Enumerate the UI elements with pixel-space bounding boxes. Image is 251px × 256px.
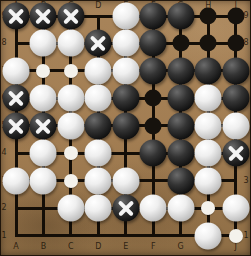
black-stone[interactable] — [112, 112, 139, 139]
black-stone[interactable] — [140, 140, 167, 167]
white-territory-dot — [64, 146, 78, 160]
white-stone[interactable] — [195, 85, 222, 112]
white-stone[interactable] — [195, 167, 222, 194]
black-territory-dot — [145, 90, 162, 107]
white-stone[interactable] — [85, 167, 112, 194]
black-territory-dot — [145, 117, 162, 134]
black-stone[interactable] — [140, 30, 167, 57]
black-stone[interactable] — [140, 57, 167, 84]
white-territory-dot — [229, 229, 243, 243]
white-stone[interactable] — [222, 195, 249, 222]
intersection-D1[interactable] — [85, 222, 112, 249]
intersection-E1[interactable] — [112, 222, 139, 249]
white-territory-dot — [201, 201, 215, 215]
white-stone[interactable] — [195, 222, 222, 249]
black-stone[interactable] — [167, 140, 194, 167]
intersection-A2[interactable] — [3, 195, 30, 222]
white-stone[interactable] — [3, 57, 30, 84]
white-stone[interactable] — [195, 112, 222, 139]
white-stone[interactable] — [222, 112, 249, 139]
intersection-C1[interactable] — [57, 222, 84, 249]
intersection-B2[interactable] — [30, 195, 57, 222]
intersection-A4[interactable] — [3, 140, 30, 167]
intersection-F1[interactable] — [140, 222, 167, 249]
white-territory-dot — [64, 174, 78, 188]
intersection-F3[interactable] — [140, 167, 167, 194]
black-stone[interactable] — [195, 57, 222, 84]
dead-black-stone[interactable] — [3, 85, 30, 112]
white-stone[interactable] — [112, 57, 139, 84]
white-stone[interactable] — [140, 195, 167, 222]
dead-black-stone[interactable] — [30, 112, 57, 139]
white-stone[interactable] — [30, 167, 57, 194]
white-stone[interactable] — [85, 195, 112, 222]
black-stone[interactable] — [167, 85, 194, 112]
intersection-E4[interactable] — [112, 140, 139, 167]
white-stone[interactable] — [195, 140, 222, 167]
black-stone[interactable] — [167, 167, 194, 194]
intersection-D9[interactable] — [85, 3, 112, 30]
black-stone[interactable] — [222, 57, 249, 84]
black-stone[interactable] — [167, 57, 194, 84]
dead-black-stone[interactable] — [30, 3, 57, 30]
white-stone[interactable] — [112, 30, 139, 57]
white-stone[interactable] — [57, 85, 84, 112]
white-stone[interactable] — [57, 112, 84, 139]
go-board: AA99BB88CC77DD66EE55FF44GG33HH22JJ11 — [0, 0, 251, 256]
dead-black-stone[interactable] — [112, 195, 139, 222]
white-stone[interactable] — [30, 85, 57, 112]
white-stone[interactable] — [3, 167, 30, 194]
white-territory-dot — [64, 64, 78, 78]
black-territory-dot — [200, 35, 217, 52]
dead-black-stone[interactable] — [3, 3, 30, 30]
black-stone[interactable] — [112, 85, 139, 112]
intersection-B1[interactable] — [30, 222, 57, 249]
black-territory-dot — [200, 8, 217, 25]
white-territory-dot — [36, 64, 50, 78]
intersection-J3[interactable] — [222, 167, 249, 194]
intersection-A8[interactable] — [3, 30, 30, 57]
dead-black-stone[interactable] — [3, 112, 30, 139]
white-stone[interactable] — [30, 140, 57, 167]
dead-black-stone[interactable] — [57, 3, 84, 30]
intersection-A1[interactable] — [3, 222, 30, 249]
dead-black-stone[interactable] — [222, 140, 249, 167]
black-stone[interactable] — [167, 112, 194, 139]
white-stone[interactable] — [112, 167, 139, 194]
black-stone[interactable] — [167, 3, 194, 30]
white-stone[interactable] — [30, 30, 57, 57]
black-stone[interactable] — [85, 112, 112, 139]
white-stone[interactable] — [112, 3, 139, 30]
dead-black-stone[interactable] — [85, 30, 112, 57]
black-stone[interactable] — [222, 85, 249, 112]
white-stone[interactable] — [167, 195, 194, 222]
black-territory-dot — [227, 8, 244, 25]
black-stone[interactable] — [140, 3, 167, 30]
black-territory-dot — [172, 35, 189, 52]
black-territory-dot — [227, 35, 244, 52]
white-stone[interactable] — [57, 30, 84, 57]
white-stone[interactable] — [57, 195, 84, 222]
white-stone[interactable] — [85, 57, 112, 84]
white-stone[interactable] — [85, 140, 112, 167]
intersection-G1[interactable] — [167, 222, 194, 249]
white-stone[interactable] — [85, 85, 112, 112]
